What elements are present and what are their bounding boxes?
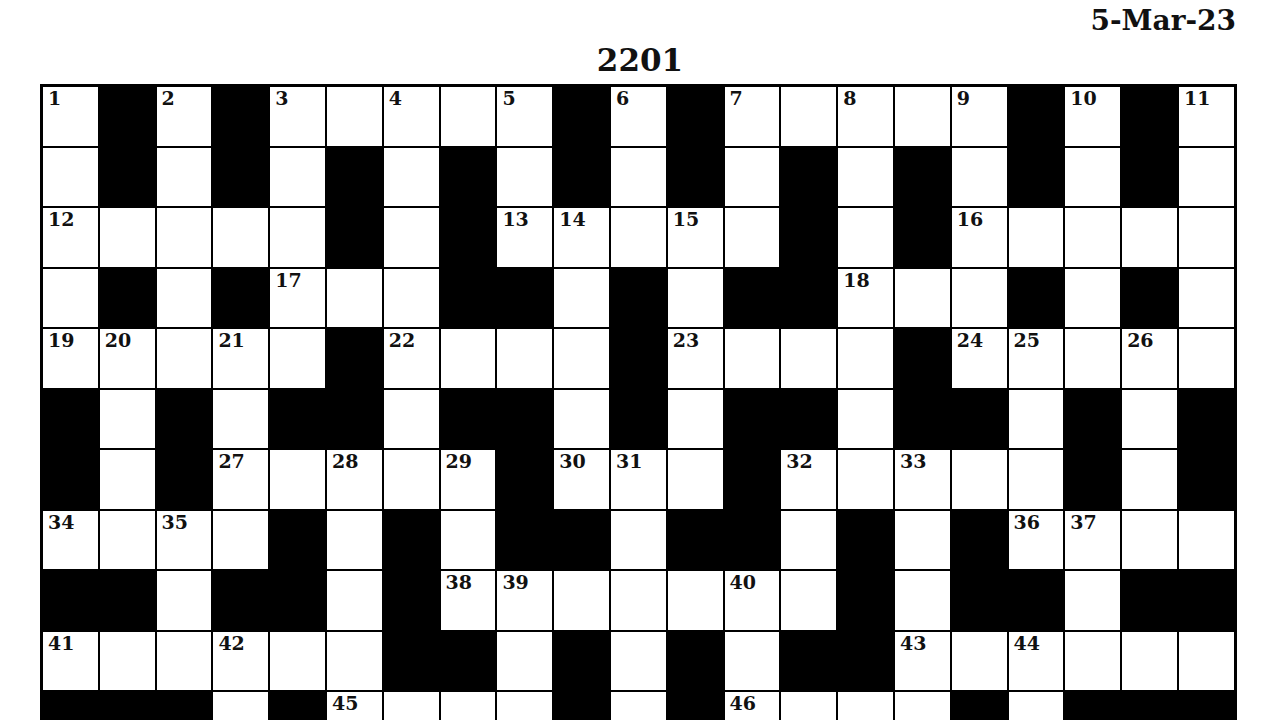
white-cell-r8c6[interactable] — [327, 511, 382, 570]
clue-number-24: 24 — [957, 329, 983, 351]
black-cell-r6c5 — [270, 390, 325, 449]
white-cell-r9c11[interactable] — [611, 571, 666, 630]
white-cell-r9c12[interactable] — [668, 571, 723, 630]
clue-number-26: 26 — [1127, 329, 1153, 351]
black-cell-r11c12 — [668, 692, 723, 720]
white-cell-r2c11[interactable] — [611, 148, 666, 207]
clue-number-8: 8 — [843, 87, 856, 109]
black-cell-r10c12 — [668, 632, 723, 691]
clue-number-36: 36 — [1014, 511, 1040, 533]
white-cell-r2c3[interactable] — [157, 148, 212, 207]
white-cell-r6c10[interactable] — [554, 390, 609, 449]
white-cell-r1c9[interactable]: 5 — [497, 87, 552, 146]
black-cell-r7c9 — [497, 450, 552, 509]
white-cell-r4c21[interactable] — [1179, 269, 1234, 328]
white-cell-r7c20[interactable] — [1122, 450, 1177, 509]
black-cell-r1c12 — [668, 87, 723, 146]
black-cell-r10c14 — [781, 632, 836, 691]
white-cell-r2c17[interactable] — [952, 148, 1007, 207]
white-cell-r2c15[interactable] — [838, 148, 893, 207]
black-cell-r6c8 — [441, 390, 496, 449]
black-cell-r9c5 — [270, 571, 325, 630]
black-cell-r9c21 — [1179, 571, 1234, 630]
black-cell-r8c7 — [384, 511, 439, 570]
white-cell-r4c16[interactable] — [895, 269, 950, 328]
white-cell-r3c5[interactable] — [270, 208, 325, 267]
clue-number-45: 45 — [332, 692, 358, 714]
white-cell-r8c8[interactable] — [441, 511, 496, 570]
clue-number-10: 10 — [1070, 87, 1096, 109]
white-cell-r5c14[interactable] — [781, 329, 836, 388]
black-cell-r9c1 — [43, 571, 98, 630]
white-cell-r6c4[interactable] — [213, 390, 268, 449]
white-cell-r7c2[interactable] — [100, 450, 155, 509]
clue-number-27: 27 — [218, 450, 244, 472]
black-cell-r11c5 — [270, 692, 325, 720]
white-cell-r1c15[interactable]: 8 — [838, 87, 893, 146]
black-cell-r8c12 — [668, 511, 723, 570]
puzzle-date: 5-Mar-23 — [1090, 4, 1236, 37]
white-cell-r9c14[interactable] — [781, 571, 836, 630]
white-cell-r11c14[interactable] — [781, 692, 836, 720]
black-cell-r11c2 — [100, 692, 155, 720]
white-cell-r1c21[interactable]: 11 — [1179, 87, 1234, 146]
black-cell-r8c5 — [270, 511, 325, 570]
white-cell-r6c18[interactable] — [1009, 390, 1064, 449]
white-cell-r9c13[interactable]: 40 — [725, 571, 780, 630]
black-cell-r11c19 — [1065, 692, 1120, 720]
black-cell-r5c16 — [895, 329, 950, 388]
white-cell-r3c3[interactable] — [157, 208, 212, 267]
white-cell-r8c14[interactable] — [781, 511, 836, 570]
crossword-page: 5-Mar-23 2201 12345678910111213141516171… — [0, 0, 1280, 720]
white-cell-r3c4[interactable] — [213, 208, 268, 267]
white-cell-r5c20[interactable]: 26 — [1122, 329, 1177, 388]
black-cell-r6c1 — [43, 390, 98, 449]
clue-number-21: 21 — [218, 329, 244, 351]
clue-number-19: 19 — [48, 329, 74, 351]
clue-number-22: 22 — [389, 329, 415, 351]
clue-number-7: 7 — [730, 87, 743, 109]
white-cell-r10c1[interactable]: 41 — [43, 632, 98, 691]
white-cell-r9c3[interactable] — [157, 571, 212, 630]
white-cell-r7c11[interactable]: 31 — [611, 450, 666, 509]
black-cell-r7c1 — [43, 450, 98, 509]
black-cell-r6c14 — [781, 390, 836, 449]
clue-number-29: 29 — [446, 450, 472, 472]
white-cell-r8c1[interactable]: 34 — [43, 511, 98, 570]
white-cell-r1c17[interactable]: 9 — [952, 87, 1007, 146]
white-cell-r8c2[interactable] — [100, 511, 155, 570]
clue-number-14: 14 — [559, 208, 585, 230]
white-cell-r5c19[interactable] — [1065, 329, 1120, 388]
crossword-grid: 1234567891011121314151617181920212223242… — [40, 84, 1237, 720]
white-cell-r4c1[interactable] — [43, 269, 98, 328]
white-cell-r5c3[interactable] — [157, 329, 212, 388]
black-cell-r7c21 — [1179, 450, 1234, 509]
white-cell-r6c7[interactable] — [384, 390, 439, 449]
white-cell-r1c13[interactable]: 7 — [725, 87, 780, 146]
black-cell-r4c14 — [781, 269, 836, 328]
black-cell-r5c11 — [611, 329, 666, 388]
white-cell-r11c18[interactable] — [1009, 692, 1064, 720]
black-cell-r6c19 — [1065, 390, 1120, 449]
clue-number-39: 39 — [502, 571, 528, 593]
black-cell-r3c8 — [441, 208, 496, 267]
white-cell-r8c20[interactable] — [1122, 511, 1177, 570]
black-cell-r11c17 — [952, 692, 1007, 720]
white-cell-r8c21[interactable] — [1179, 511, 1234, 570]
black-cell-r7c13 — [725, 450, 780, 509]
black-cell-r2c6 — [327, 148, 382, 207]
white-cell-r4c12[interactable] — [668, 269, 723, 328]
clue-number-11: 11 — [1184, 87, 1210, 109]
white-cell-r5c7[interactable]: 22 — [384, 329, 439, 388]
clue-number-17: 17 — [275, 269, 301, 291]
black-cell-r4c13 — [725, 269, 780, 328]
black-cell-r7c19 — [1065, 450, 1120, 509]
black-cell-r4c9 — [497, 269, 552, 328]
clue-number-6: 6 — [616, 87, 629, 109]
white-cell-r11c6[interactable]: 45 — [327, 692, 382, 720]
black-cell-r9c7 — [384, 571, 439, 630]
white-cell-r8c19[interactable]: 37 — [1065, 511, 1120, 570]
white-cell-r9c6[interactable] — [327, 571, 382, 630]
white-cell-r4c19[interactable] — [1065, 269, 1120, 328]
clue-number-23: 23 — [673, 329, 699, 351]
clue-number-41: 41 — [48, 632, 74, 654]
black-cell-r8c15 — [838, 511, 893, 570]
white-cell-r1c8[interactable] — [441, 87, 496, 146]
white-cell-r10c11[interactable] — [611, 632, 666, 691]
white-cell-r3c18[interactable] — [1009, 208, 1064, 267]
white-cell-r7c4[interactable]: 27 — [213, 450, 268, 509]
black-cell-r11c3 — [157, 692, 212, 720]
black-cell-r8c13 — [725, 511, 780, 570]
black-cell-r6c3 — [157, 390, 212, 449]
black-cell-r11c1 — [43, 692, 98, 720]
clue-number-40: 40 — [730, 571, 756, 593]
white-cell-r8c16[interactable] — [895, 511, 950, 570]
white-cell-r5c18[interactable]: 25 — [1009, 329, 1064, 388]
clue-number-1: 1 — [48, 87, 61, 109]
black-cell-r2c14 — [781, 148, 836, 207]
black-cell-r7c3 — [157, 450, 212, 509]
white-cell-r10c3[interactable] — [157, 632, 212, 691]
clue-number-44: 44 — [1014, 632, 1040, 654]
white-cell-r3c13[interactable] — [725, 208, 780, 267]
white-cell-r8c4[interactable] — [213, 511, 268, 570]
white-cell-r9c10[interactable] — [554, 571, 609, 630]
white-cell-r7c10[interactable]: 30 — [554, 450, 609, 509]
white-cell-r5c1[interactable]: 19 — [43, 329, 98, 388]
white-cell-r4c10[interactable] — [554, 269, 609, 328]
white-cell-r7c7[interactable] — [384, 450, 439, 509]
white-cell-r3c17[interactable]: 16 — [952, 208, 1007, 267]
white-cell-r1c11[interactable]: 6 — [611, 87, 666, 146]
black-cell-r3c14 — [781, 208, 836, 267]
white-cell-r1c3[interactable]: 2 — [157, 87, 212, 146]
puzzle-number-title: 2201 — [0, 42, 1280, 78]
white-cell-r4c5[interactable]: 17 — [270, 269, 325, 328]
clue-number-32: 32 — [786, 450, 812, 472]
black-cell-r2c10 — [554, 148, 609, 207]
white-cell-r1c7[interactable]: 4 — [384, 87, 439, 146]
white-cell-r1c14[interactable] — [781, 87, 836, 146]
white-cell-r7c14[interactable]: 32 — [781, 450, 836, 509]
clue-number-2: 2 — [162, 87, 175, 109]
white-cell-r3c12[interactable]: 15 — [668, 208, 723, 267]
white-cell-r11c16[interactable] — [895, 692, 950, 720]
clue-number-18: 18 — [843, 269, 869, 291]
white-cell-r6c15[interactable] — [838, 390, 893, 449]
white-cell-r5c21[interactable] — [1179, 329, 1234, 388]
black-cell-r10c15 — [838, 632, 893, 691]
black-cell-r2c16 — [895, 148, 950, 207]
white-cell-r10c18[interactable]: 44 — [1009, 632, 1064, 691]
white-cell-r3c7[interactable] — [384, 208, 439, 267]
white-cell-r11c7[interactable] — [384, 692, 439, 720]
black-cell-r4c20 — [1122, 269, 1177, 328]
clue-number-34: 34 — [48, 511, 74, 533]
black-cell-r2c18 — [1009, 148, 1064, 207]
black-cell-r9c2 — [100, 571, 155, 630]
black-cell-r6c9 — [497, 390, 552, 449]
white-cell-r2c5[interactable] — [270, 148, 325, 207]
white-cell-r7c15[interactable] — [838, 450, 893, 509]
black-cell-r8c10 — [554, 511, 609, 570]
white-cell-r8c3[interactable]: 35 — [157, 511, 212, 570]
clue-number-4: 4 — [389, 87, 402, 109]
white-cell-r4c3[interactable] — [157, 269, 212, 328]
clue-number-46: 46 — [730, 692, 756, 714]
black-cell-r10c8 — [441, 632, 496, 691]
black-cell-r10c10 — [554, 632, 609, 691]
white-cell-r1c5[interactable]: 3 — [270, 87, 325, 146]
black-cell-r3c6 — [327, 208, 382, 267]
white-cell-r4c7[interactable] — [384, 269, 439, 328]
white-cell-r5c13[interactable] — [725, 329, 780, 388]
white-cell-r2c1[interactable] — [43, 148, 98, 207]
black-cell-r5c6 — [327, 329, 382, 388]
black-cell-r4c2 — [100, 269, 155, 328]
black-cell-r2c8 — [441, 148, 496, 207]
black-cell-r3c16 — [895, 208, 950, 267]
black-cell-r4c11 — [611, 269, 666, 328]
clue-number-30: 30 — [559, 450, 585, 472]
white-cell-r10c19[interactable] — [1065, 632, 1120, 691]
clue-number-31: 31 — [616, 450, 642, 472]
black-cell-r1c4 — [213, 87, 268, 146]
white-cell-r3c15[interactable] — [838, 208, 893, 267]
black-cell-r9c17 — [952, 571, 1007, 630]
clue-number-20: 20 — [105, 329, 131, 351]
black-cell-r2c20 — [1122, 148, 1177, 207]
clue-number-43: 43 — [900, 632, 926, 654]
white-cell-r5c9[interactable] — [497, 329, 552, 388]
white-cell-r5c10[interactable] — [554, 329, 609, 388]
white-cell-r10c20[interactable] — [1122, 632, 1177, 691]
white-cell-r11c13[interactable]: 46 — [725, 692, 780, 720]
white-cell-r5c2[interactable]: 20 — [100, 329, 155, 388]
black-cell-r4c8 — [441, 269, 496, 328]
white-cell-r1c6[interactable] — [327, 87, 382, 146]
black-cell-r1c20 — [1122, 87, 1177, 146]
white-cell-r3c1[interactable]: 12 — [43, 208, 98, 267]
black-cell-r10c7 — [384, 632, 439, 691]
black-cell-r9c18 — [1009, 571, 1064, 630]
white-cell-r2c9[interactable] — [497, 148, 552, 207]
clue-number-15: 15 — [673, 208, 699, 230]
white-cell-r10c13[interactable] — [725, 632, 780, 691]
white-cell-r1c16[interactable] — [895, 87, 950, 146]
white-cell-r1c1[interactable]: 1 — [43, 87, 98, 146]
white-cell-r7c16[interactable]: 33 — [895, 450, 950, 509]
black-cell-r6c11 — [611, 390, 666, 449]
clue-number-25: 25 — [1014, 329, 1040, 351]
white-cell-r6c2[interactable] — [100, 390, 155, 449]
black-cell-r9c20 — [1122, 571, 1177, 630]
white-cell-r10c16[interactable]: 43 — [895, 632, 950, 691]
black-cell-r6c21 — [1179, 390, 1234, 449]
clue-number-13: 13 — [502, 208, 528, 230]
white-cell-r4c15[interactable]: 18 — [838, 269, 893, 328]
white-cell-r10c9[interactable] — [497, 632, 552, 691]
white-cell-r2c21[interactable] — [1179, 148, 1234, 207]
white-cell-r10c21[interactable] — [1179, 632, 1234, 691]
white-cell-r1c19[interactable]: 10 — [1065, 87, 1120, 146]
clue-number-42: 42 — [218, 632, 244, 654]
white-cell-r7c18[interactable] — [1009, 450, 1064, 509]
white-cell-r9c8[interactable]: 38 — [441, 571, 496, 630]
white-cell-r3c9[interactable]: 13 — [497, 208, 552, 267]
white-cell-r11c15[interactable] — [838, 692, 893, 720]
black-cell-r11c10 — [554, 692, 609, 720]
white-cell-r7c17[interactable] — [952, 450, 1007, 509]
white-cell-r4c6[interactable] — [327, 269, 382, 328]
black-cell-r1c10 — [554, 87, 609, 146]
black-cell-r2c4 — [213, 148, 268, 207]
white-cell-r3c11[interactable] — [611, 208, 666, 267]
black-cell-r9c4 — [213, 571, 268, 630]
white-cell-r10c2[interactable] — [100, 632, 155, 691]
white-cell-r5c4[interactable]: 21 — [213, 329, 268, 388]
white-cell-r10c4[interactable]: 42 — [213, 632, 268, 691]
white-cell-r3c21[interactable] — [1179, 208, 1234, 267]
black-cell-r1c18 — [1009, 87, 1064, 146]
white-cell-r11c4[interactable] — [213, 692, 268, 720]
white-cell-r3c2[interactable] — [100, 208, 155, 267]
white-cell-r6c12[interactable] — [668, 390, 723, 449]
white-cell-r3c20[interactable] — [1122, 208, 1177, 267]
white-cell-r11c11[interactable] — [611, 692, 666, 720]
white-cell-r2c7[interactable] — [384, 148, 439, 207]
clue-number-37: 37 — [1070, 511, 1096, 533]
black-cell-r8c17 — [952, 511, 1007, 570]
black-cell-r4c18 — [1009, 269, 1064, 328]
black-cell-r2c12 — [668, 148, 723, 207]
white-cell-r5c8[interactable] — [441, 329, 496, 388]
white-cell-r4c17[interactable] — [952, 269, 1007, 328]
white-cell-r5c15[interactable] — [838, 329, 893, 388]
black-cell-r6c6 — [327, 390, 382, 449]
white-cell-r5c5[interactable] — [270, 329, 325, 388]
black-cell-r11c20 — [1122, 692, 1177, 720]
black-cell-r6c17 — [952, 390, 1007, 449]
white-cell-r7c8[interactable]: 29 — [441, 450, 496, 509]
clue-number-16: 16 — [957, 208, 983, 230]
clue-number-3: 3 — [275, 87, 288, 109]
white-cell-r10c6[interactable] — [327, 632, 382, 691]
white-cell-r2c13[interactable] — [725, 148, 780, 207]
white-cell-r10c17[interactable] — [952, 632, 1007, 691]
white-cell-r10c5[interactable] — [270, 632, 325, 691]
clue-number-38: 38 — [446, 571, 472, 593]
white-cell-r11c8[interactable] — [441, 692, 496, 720]
black-cell-r2c2 — [100, 148, 155, 207]
clue-number-5: 5 — [502, 87, 515, 109]
black-cell-r8c9 — [497, 511, 552, 570]
white-cell-r9c19[interactable] — [1065, 571, 1120, 630]
clue-number-9: 9 — [957, 87, 970, 109]
white-cell-r7c5[interactable] — [270, 450, 325, 509]
white-cell-r6c20[interactable] — [1122, 390, 1177, 449]
white-cell-r3c19[interactable] — [1065, 208, 1120, 267]
white-cell-r2c19[interactable] — [1065, 148, 1120, 207]
clue-number-12: 12 — [48, 208, 74, 230]
clue-number-33: 33 — [900, 450, 926, 472]
white-cell-r7c12[interactable] — [668, 450, 723, 509]
white-cell-r8c11[interactable] — [611, 511, 666, 570]
black-cell-r1c2 — [100, 87, 155, 146]
white-cell-r5c12[interactable]: 23 — [668, 329, 723, 388]
black-cell-r11c21 — [1179, 692, 1234, 720]
white-cell-r7c6[interactable]: 28 — [327, 450, 382, 509]
white-cell-r5c17[interactable]: 24 — [952, 329, 1007, 388]
clue-number-35: 35 — [162, 511, 188, 533]
white-cell-r8c18[interactable]: 36 — [1009, 511, 1064, 570]
black-cell-r6c16 — [895, 390, 950, 449]
black-cell-r9c15 — [838, 571, 893, 630]
clue-number-28: 28 — [332, 450, 358, 472]
black-cell-r6c13 — [725, 390, 780, 449]
white-cell-r9c16[interactable] — [895, 571, 950, 630]
black-cell-r4c4 — [213, 269, 268, 328]
white-cell-r9c9[interactable]: 39 — [497, 571, 552, 630]
white-cell-r11c9[interactable] — [497, 692, 552, 720]
white-cell-r3c10[interactable]: 14 — [554, 208, 609, 267]
